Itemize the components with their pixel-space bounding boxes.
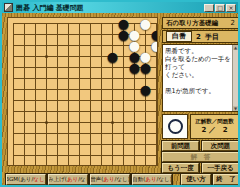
board-intersection[interactable]: [129, 139, 140, 150]
board-intersection[interactable]: [107, 117, 118, 128]
board-intersection[interactable]: [74, 150, 85, 161]
board-intersection[interactable]: [30, 128, 41, 139]
board-intersection[interactable]: [74, 73, 85, 84]
board-intersection[interactable]: [63, 51, 74, 62]
board-intersection[interactable]: [63, 18, 74, 29]
board-intersection[interactable]: [140, 128, 151, 139]
board-intersection[interactable]: [140, 150, 151, 161]
board-intersection[interactable]: [151, 84, 158, 95]
board-intersection[interactable]: [41, 150, 52, 161]
board-intersection[interactable]: [63, 84, 74, 95]
board-intersection[interactable]: [52, 95, 63, 106]
board-intersection[interactable]: [52, 128, 63, 139]
board-intersection[interactable]: [118, 150, 129, 161]
board-intersection[interactable]: [8, 150, 19, 161]
scroll-up-icon[interactable]: ▲: [233, 45, 238, 50]
board-intersection[interactable]: [96, 73, 107, 84]
board-intersection[interactable]: [96, 117, 107, 128]
score-box: 正解数／問題数 2 ／ 2: [190, 114, 239, 139]
board-intersection[interactable]: [52, 84, 63, 95]
board-intersection[interactable]: [107, 73, 118, 84]
board-intersection[interactable]: [41, 18, 52, 29]
board-intersection[interactable]: [63, 139, 74, 150]
white-stone: ●: [140, 18, 151, 29]
board-intersection[interactable]: [41, 161, 52, 166]
board-intersection[interactable]: [41, 84, 52, 95]
board-intersection[interactable]: [96, 150, 107, 161]
board-intersection[interactable]: [52, 106, 63, 117]
board-intersection[interactable]: [85, 29, 96, 40]
board-intersection[interactable]: [30, 40, 41, 51]
board-intersection[interactable]: [30, 73, 41, 84]
title-bar[interactable]: 囲碁 入門編 基礎問題 _ □ ×: [2, 2, 238, 13]
board-intersection[interactable]: [118, 117, 129, 128]
board-intersection[interactable]: ●: [151, 40, 158, 51]
minimize-button[interactable]: _: [204, 4, 214, 12]
board-intersection[interactable]: [85, 18, 96, 29]
board-intersection[interactable]: [129, 106, 140, 117]
board-intersection[interactable]: [41, 117, 52, 128]
board-intersection[interactable]: [52, 18, 63, 29]
board-intersection[interactable]: [129, 128, 140, 139]
board-intersection[interactable]: [129, 95, 140, 106]
previous-problem-button[interactable]: 前問題: [162, 141, 199, 151]
close-button[interactable]: ×: [226, 4, 236, 12]
move-number: 2: [196, 33, 201, 41]
board-intersection[interactable]: [52, 40, 63, 51]
board-intersection[interactable]: [8, 29, 19, 40]
board-intersection[interactable]: [30, 150, 41, 161]
score-value: 2 ／ 2: [201, 125, 227, 135]
board-intersection[interactable]: [19, 106, 30, 117]
board-intersection[interactable]: ●: [140, 18, 151, 29]
board-intersection[interactable]: [8, 40, 19, 51]
board-intersection[interactable]: [41, 95, 52, 106]
score-label: 正解数／問題数: [195, 118, 234, 125]
black-stone: ●: [140, 84, 151, 95]
board-intersection[interactable]: [85, 62, 96, 73]
black-stone: ●: [118, 29, 129, 40]
board-intersection[interactable]: [41, 73, 52, 84]
board-intersection[interactable]: [74, 95, 85, 106]
board-intersection[interactable]: [52, 29, 63, 40]
board-intersection[interactable]: [52, 73, 63, 84]
board-intersection[interactable]: [118, 95, 129, 106]
black-stone: ●: [129, 62, 140, 73]
board-intersection[interactable]: [85, 40, 96, 51]
board-intersection[interactable]: [151, 161, 158, 166]
board-intersection[interactable]: [107, 29, 118, 40]
board-intersection[interactable]: [30, 29, 41, 40]
board-intersection[interactable]: [52, 62, 63, 73]
board-intersection[interactable]: [107, 84, 118, 95]
board-intersection[interactable]: [96, 128, 107, 139]
board-intersection[interactable]: [129, 150, 140, 161]
board-intersection[interactable]: ●: [107, 51, 118, 62]
board-intersection[interactable]: [129, 117, 140, 128]
board-intersection[interactable]: [19, 84, 30, 95]
board-intersection[interactable]: [8, 128, 19, 139]
board-intersection[interactable]: [96, 161, 107, 166]
readout-toggle-button[interactable]: 読み上げ(あり/なし): [48, 174, 88, 185]
board-intersection[interactable]: [151, 62, 158, 73]
board-intersection[interactable]: [8, 73, 19, 84]
board-intersection[interactable]: [74, 128, 85, 139]
board-intersection[interactable]: [30, 106, 41, 117]
board-intersection[interactable]: [19, 40, 30, 51]
board-intersection[interactable]: [8, 62, 19, 73]
board-intersection[interactable]: [118, 161, 129, 166]
sound-toggle-button[interactable]: 音声(あり/なし): [90, 174, 130, 185]
correct-circle-icon: [168, 119, 183, 134]
turn-status: 白番 2 手目: [162, 30, 239, 43]
board-intersection[interactable]: [74, 84, 85, 95]
board-intersection[interactable]: [96, 84, 107, 95]
scroll-down-icon[interactable]: ▼: [233, 106, 238, 111]
board-intersection[interactable]: [19, 95, 30, 106]
board-intersection[interactable]: [8, 95, 19, 106]
description-line: 黒番です。: [165, 47, 231, 55]
show-answer-button[interactable]: 解 答: [162, 152, 239, 162]
board-intersection[interactable]: [118, 51, 129, 62]
auto-toggle-button[interactable]: 自動(あり/なし): [132, 174, 172, 185]
board-intersection[interactable]: [74, 117, 85, 128]
problem-description[interactable]: 黒番です。白を取るための一手を打ってください。 黒1が急所です。 ▲ ▼: [162, 44, 239, 112]
board-intersection[interactable]: [96, 51, 107, 62]
board-intersection[interactable]: [85, 161, 96, 166]
board-intersection[interactable]: [96, 40, 107, 51]
description-line: ください。: [165, 71, 231, 79]
board-intersection[interactable]: [63, 73, 74, 84]
board-intersection[interactable]: [107, 139, 118, 150]
board-intersection[interactable]: [19, 128, 30, 139]
board-intersection[interactable]: [63, 95, 74, 106]
board-intersection[interactable]: [63, 150, 74, 161]
board-intersection[interactable]: [63, 40, 74, 51]
board-intersection[interactable]: [41, 29, 52, 40]
next-problem-button[interactable]: 次問題: [202, 141, 239, 151]
board-intersection[interactable]: [151, 117, 158, 128]
result-area: 正解数／問題数 2 ／ 2: [162, 114, 239, 139]
description-line: [165, 79, 231, 87]
board-intersection[interactable]: [74, 106, 85, 117]
board-intersection[interactable]: [8, 139, 19, 150]
board-intersection[interactable]: [85, 84, 96, 95]
board-intersection[interactable]: [85, 106, 96, 117]
app-icon: [4, 3, 13, 12]
board-intersection[interactable]: [41, 62, 52, 73]
board-intersection[interactable]: ●: [140, 62, 151, 73]
board-intersection[interactable]: [52, 51, 63, 62]
board-intersection[interactable]: [74, 29, 85, 40]
board-intersection[interactable]: [30, 95, 41, 106]
board-intersection[interactable]: [96, 29, 107, 40]
board-intersection[interactable]: [107, 161, 118, 166]
problem-set-label: 石の取り方基礎編: [166, 19, 231, 28]
board-intersection[interactable]: [74, 18, 85, 29]
board-intersection[interactable]: [74, 51, 85, 62]
board-intersection[interactable]: [30, 18, 41, 29]
board-intersection[interactable]: [19, 161, 30, 166]
board-intersection[interactable]: [8, 117, 19, 128]
board-intersection[interactable]: [85, 51, 96, 62]
board-intersection[interactable]: [19, 150, 30, 161]
board-intersection[interactable]: [52, 161, 63, 166]
board-intersection[interactable]: [41, 40, 52, 51]
board-intersection[interactable]: [107, 128, 118, 139]
white-stone: ●: [151, 40, 158, 51]
help-button[interactable]: 使い方: [181, 174, 211, 185]
board-intersection[interactable]: [8, 161, 19, 166]
board-intersection[interactable]: [151, 95, 158, 106]
problem-description-text: 黒番です。白を取るための一手を打ってください。 黒1が急所です。: [165, 47, 231, 109]
board-intersection[interactable]: [107, 150, 118, 161]
board-intersection[interactable]: [52, 117, 63, 128]
board-intersection[interactable]: [118, 139, 129, 150]
move-suffix: 手目: [205, 32, 219, 42]
board-intersection[interactable]: [41, 128, 52, 139]
board-intersection[interactable]: [63, 128, 74, 139]
board-intersection[interactable]: [63, 62, 74, 73]
problem-set-header: 石の取り方基礎編 2: [162, 17, 239, 29]
bgm-toggle-button[interactable]: BGM(あり/なし): [6, 174, 46, 185]
description-line: 黒1が急所です。: [165, 87, 231, 95]
board-intersection[interactable]: [151, 73, 158, 84]
board-intersection[interactable]: [19, 51, 30, 62]
board-intersection[interactable]: [63, 161, 74, 166]
board-intersection[interactable]: [118, 62, 129, 73]
board-intersection[interactable]: [151, 106, 158, 117]
board-intersection[interactable]: [8, 84, 19, 95]
board-intersection[interactable]: [19, 139, 30, 150]
board-intersection[interactable]: [30, 117, 41, 128]
board-intersection[interactable]: [85, 73, 96, 84]
board-intersection[interactable]: [85, 95, 96, 106]
board-intersection[interactable]: [96, 62, 107, 73]
result-mark-box: [162, 114, 188, 139]
board-intersection[interactable]: ●: [140, 84, 151, 95]
board-intersection[interactable]: [118, 128, 129, 139]
board-intersection[interactable]: ●: [129, 62, 140, 73]
problem-number: 2: [231, 19, 235, 27]
board-intersection[interactable]: [129, 161, 140, 166]
black-stone: ●: [107, 51, 118, 62]
board-intersection[interactable]: [96, 139, 107, 150]
board-intersection[interactable]: [52, 139, 63, 150]
board-intersection[interactable]: [118, 106, 129, 117]
board-intersection[interactable]: [74, 40, 85, 51]
board-intersection[interactable]: [129, 84, 140, 95]
board-intersection[interactable]: [8, 51, 19, 62]
board-intersection[interactable]: [74, 62, 85, 73]
board-intersection[interactable]: [19, 117, 30, 128]
board-intersection[interactable]: [107, 95, 118, 106]
board-intersection[interactable]: [96, 95, 107, 106]
turn-indicator: 白番: [166, 31, 192, 42]
board-intersection[interactable]: [30, 51, 41, 62]
board-intersection[interactable]: [8, 18, 19, 29]
board-intersection[interactable]: [107, 18, 118, 29]
board-intersection[interactable]: [85, 139, 96, 150]
board-intersection[interactable]: [85, 150, 96, 161]
board-intersection[interactable]: [151, 139, 158, 150]
board-intersection[interactable]: [85, 128, 96, 139]
board-intersection[interactable]: [19, 62, 30, 73]
board-intersection[interactable]: [63, 117, 74, 128]
board-intersection[interactable]: [52, 150, 63, 161]
board-intersection[interactable]: [41, 51, 52, 62]
board-intersection[interactable]: [19, 29, 30, 40]
board-intersection[interactable]: [151, 128, 158, 139]
exit-button[interactable]: 終 了: [213, 174, 239, 185]
board-intersection[interactable]: [140, 106, 151, 117]
board-intersection[interactable]: [19, 73, 30, 84]
go-board[interactable]: ●●●●●●●●●●●●●: [7, 17, 158, 166]
board-intersection[interactable]: [74, 161, 85, 166]
board-intersection[interactable]: [30, 139, 41, 150]
board-intersection[interactable]: [96, 18, 107, 29]
description-scrollbar[interactable]: ▲ ▼: [232, 45, 238, 111]
maximize-button[interactable]: □: [215, 4, 225, 12]
board-intersection[interactable]: [30, 84, 41, 95]
board-intersection[interactable]: [140, 139, 151, 150]
board-intersection[interactable]: [118, 73, 129, 84]
board-intersection[interactable]: [140, 161, 151, 166]
app-window: 囲碁 入門編 基礎問題 _ □ × ●●●●●●●●●●●●● 石の取り方基礎編…: [0, 0, 240, 187]
board-intersection[interactable]: [151, 150, 158, 161]
go-board-grid[interactable]: ●●●●●●●●●●●●●: [8, 18, 157, 166]
board-intersection[interactable]: [30, 161, 41, 166]
board-intersection[interactable]: [41, 139, 52, 150]
retry-button[interactable]: もう一度: [162, 163, 199, 173]
board-intersection[interactable]: [63, 29, 74, 40]
board-intersection[interactable]: [41, 106, 52, 117]
board-intersection[interactable]: [85, 117, 96, 128]
board-intersection[interactable]: ●: [118, 29, 129, 40]
window-title: 囲碁 入門編 基礎問題: [16, 3, 203, 13]
black-stone: ●: [140, 62, 151, 73]
board-intersection[interactable]: [74, 139, 85, 150]
board-intersection[interactable]: [96, 106, 107, 117]
board-intersection[interactable]: [19, 18, 30, 29]
board-intersection[interactable]: [30, 62, 41, 73]
board-intersection[interactable]: [118, 84, 129, 95]
board-intersection[interactable]: [8, 106, 19, 117]
board-intersection[interactable]: [63, 106, 74, 117]
board-intersection[interactable]: [107, 106, 118, 117]
board-intersection[interactable]: [140, 117, 151, 128]
undo-move-button[interactable]: 一手戻る: [202, 163, 239, 173]
description-line: 白を取るための一手を打って: [165, 55, 231, 71]
